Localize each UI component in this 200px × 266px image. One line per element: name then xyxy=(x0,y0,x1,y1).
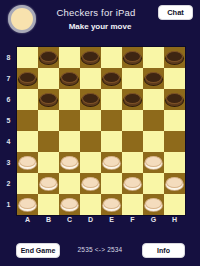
checker-piece-light[interactable] xyxy=(103,156,120,167)
square-a8[interactable] xyxy=(17,47,38,68)
square-d6[interactable] xyxy=(80,89,101,110)
checker-piece-dark[interactable] xyxy=(40,51,57,62)
checker-piece-dark[interactable] xyxy=(124,51,141,62)
square-b5[interactable] xyxy=(38,110,59,131)
square-c4[interactable] xyxy=(59,131,80,152)
checker-piece-dark[interactable] xyxy=(124,93,141,104)
square-a1[interactable] xyxy=(17,194,38,215)
square-f8[interactable] xyxy=(122,47,143,68)
square-c3[interactable] xyxy=(59,152,80,173)
app-title: Checkers for iPad xyxy=(36,7,156,18)
square-c2[interactable] xyxy=(59,173,80,194)
checker-piece-dark[interactable] xyxy=(166,93,183,104)
checker-piece-light[interactable] xyxy=(166,177,183,188)
checkers-app-screen: Checkers for iPad Chat Make your move 87… xyxy=(0,0,200,266)
square-f1[interactable] xyxy=(122,194,143,215)
file-label-g: G xyxy=(143,216,164,223)
rank-label-8: 8 xyxy=(3,47,14,68)
square-a2[interactable] xyxy=(17,173,38,194)
square-f6[interactable] xyxy=(122,89,143,110)
file-label-c: C xyxy=(59,216,80,223)
checker-piece-light[interactable] xyxy=(145,198,162,209)
checker-piece-light[interactable] xyxy=(145,156,162,167)
square-b4[interactable] xyxy=(38,131,59,152)
checker-piece-dark[interactable] xyxy=(82,51,99,62)
square-b2[interactable] xyxy=(38,173,59,194)
board xyxy=(17,47,185,215)
square-g6[interactable] xyxy=(143,89,164,110)
square-d3[interactable] xyxy=(80,152,101,173)
square-e8[interactable] xyxy=(101,47,122,68)
checker-piece-light[interactable] xyxy=(82,177,99,188)
checker-piece-dark[interactable] xyxy=(61,72,78,83)
square-e1[interactable] xyxy=(101,194,122,215)
square-h5[interactable] xyxy=(164,110,185,131)
square-h1[interactable] xyxy=(164,194,185,215)
square-c5[interactable] xyxy=(59,110,80,131)
square-g7[interactable] xyxy=(143,68,164,89)
square-c8[interactable] xyxy=(59,47,80,68)
square-a6[interactable] xyxy=(17,89,38,110)
checker-piece-light[interactable] xyxy=(19,156,36,167)
checker-piece-light[interactable] xyxy=(61,156,78,167)
square-d4[interactable] xyxy=(80,131,101,152)
checker-piece-dark[interactable] xyxy=(40,93,57,104)
square-d8[interactable] xyxy=(80,47,101,68)
file-label-b: B xyxy=(38,216,59,223)
square-b3[interactable] xyxy=(38,152,59,173)
rank-label-2: 2 xyxy=(3,173,14,194)
checker-piece-light[interactable] xyxy=(124,177,141,188)
file-label-h: H xyxy=(164,216,185,223)
file-label-e: E xyxy=(101,216,122,223)
square-h6[interactable] xyxy=(164,89,185,110)
square-c6[interactable] xyxy=(59,89,80,110)
square-e3[interactable] xyxy=(101,152,122,173)
square-f2[interactable] xyxy=(122,173,143,194)
square-a4[interactable] xyxy=(17,131,38,152)
square-f7[interactable] xyxy=(122,68,143,89)
square-b1[interactable] xyxy=(38,194,59,215)
file-labels: ABCDEFGH xyxy=(17,216,185,223)
square-g2[interactable] xyxy=(143,173,164,194)
status-message: Make your move xyxy=(0,22,200,31)
rank-label-4: 4 xyxy=(3,131,14,152)
file-label-a: A xyxy=(17,216,38,223)
rank-label-5: 5 xyxy=(3,110,14,131)
checker-piece-dark[interactable] xyxy=(103,72,120,83)
square-c7[interactable] xyxy=(59,68,80,89)
square-h4[interactable] xyxy=(164,131,185,152)
square-h3[interactable] xyxy=(164,152,185,173)
square-h7[interactable] xyxy=(164,68,185,89)
square-f5[interactable] xyxy=(122,110,143,131)
rank-label-7: 7 xyxy=(3,68,14,89)
square-d7[interactable] xyxy=(80,68,101,89)
square-h2[interactable] xyxy=(164,173,185,194)
checker-piece-dark[interactable] xyxy=(19,72,36,83)
square-e6[interactable] xyxy=(101,89,122,110)
checker-piece-dark[interactable] xyxy=(82,93,99,104)
square-g4[interactable] xyxy=(143,131,164,152)
square-d5[interactable] xyxy=(80,110,101,131)
square-f4[interactable] xyxy=(122,131,143,152)
square-e2[interactable] xyxy=(101,173,122,194)
square-f3[interactable] xyxy=(122,152,143,173)
square-b7[interactable] xyxy=(38,68,59,89)
checker-piece-light[interactable] xyxy=(103,198,120,209)
square-a7[interactable] xyxy=(17,68,38,89)
file-label-f: F xyxy=(122,216,143,223)
square-g5[interactable] xyxy=(143,110,164,131)
square-e7[interactable] xyxy=(101,68,122,89)
square-b6[interactable] xyxy=(38,89,59,110)
square-h8[interactable] xyxy=(164,47,185,68)
checker-piece-dark[interactable] xyxy=(166,51,183,62)
square-c1[interactable] xyxy=(59,194,80,215)
square-g3[interactable] xyxy=(143,152,164,173)
square-a3[interactable] xyxy=(17,152,38,173)
square-g8[interactable] xyxy=(143,47,164,68)
file-label-d: D xyxy=(80,216,101,223)
info-button[interactable]: Info xyxy=(142,243,185,258)
square-d1[interactable] xyxy=(80,194,101,215)
square-a5[interactable] xyxy=(17,110,38,131)
checker-piece-light[interactable] xyxy=(19,198,36,209)
chat-button[interactable]: Chat xyxy=(158,5,193,20)
rank-label-6: 6 xyxy=(3,89,14,110)
checker-piece-light[interactable] xyxy=(40,177,57,188)
square-e4[interactable] xyxy=(101,131,122,152)
square-e5[interactable] xyxy=(101,110,122,131)
square-g1[interactable] xyxy=(143,194,164,215)
rank-labels: 87654321 xyxy=(3,47,14,215)
rank-label-3: 3 xyxy=(3,152,14,173)
square-d2[interactable] xyxy=(80,173,101,194)
checker-piece-light[interactable] xyxy=(61,198,78,209)
square-b8[interactable] xyxy=(38,47,59,68)
checker-piece-dark[interactable] xyxy=(145,72,162,83)
rank-label-1: 1 xyxy=(3,194,14,215)
